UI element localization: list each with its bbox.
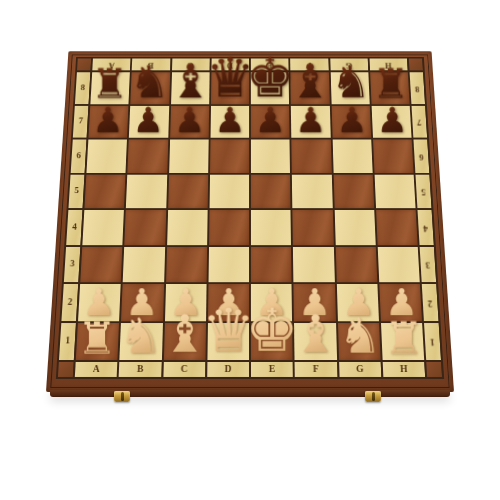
square-h8[interactable]: ♜	[370, 72, 410, 104]
board-side-edge	[50, 390, 450, 397]
square-g6[interactable]	[332, 139, 372, 172]
square-h7[interactable]: ♟	[371, 105, 411, 137]
square-f5[interactable]	[292, 174, 332, 208]
rank-label-text: 5	[421, 187, 426, 195]
square-f4[interactable]	[293, 210, 334, 245]
square-a8[interactable]: ♜	[90, 72, 130, 104]
square-b4[interactable]	[125, 210, 166, 245]
rank-label-6-left: 6	[71, 139, 87, 172]
square-d5[interactable]	[209, 174, 249, 208]
rank-label-6-right: 6	[413, 139, 429, 172]
square-g3[interactable]	[335, 247, 377, 283]
rank-label-3-left: 3	[64, 247, 81, 283]
file-label-text: H	[400, 365, 408, 374]
file-label-text: E	[269, 365, 275, 374]
rank-label-5-right: 5	[415, 174, 431, 208]
square-c5[interactable]	[168, 174, 208, 208]
file-label-text: A	[108, 61, 115, 69]
file-label-b-bottom: B	[119, 362, 161, 377]
rank-label-text: 4	[72, 223, 77, 232]
square-e5[interactable]	[251, 174, 291, 208]
square-d3[interactable]	[208, 247, 249, 283]
rank-label-5-left: 5	[68, 174, 84, 208]
frame-corner	[426, 362, 442, 377]
brass-hinge-right	[365, 391, 381, 402]
file-label-c-bottom: C	[163, 362, 205, 377]
file-label-text: C	[187, 61, 193, 69]
piece-black-pawn-h7[interactable]: ♟	[360, 103, 424, 138]
square-f6[interactable]	[292, 139, 332, 172]
square-a6[interactable]	[86, 139, 127, 172]
rank-label-text: 8	[415, 84, 420, 92]
file-label-text: F	[307, 61, 312, 69]
file-label-text: G	[345, 61, 352, 69]
square-e6[interactable]	[251, 139, 290, 172]
square-b3[interactable]	[123, 247, 165, 283]
file-label-text: B	[148, 61, 154, 69]
square-c3[interactable]	[166, 247, 207, 283]
square-e4[interactable]	[251, 210, 291, 245]
rank-label-text: 2	[428, 298, 433, 307]
rank-label-4-left: 4	[66, 210, 82, 245]
piece-white-rook-a1[interactable]: ♜	[62, 316, 132, 361]
square-h4[interactable]	[376, 210, 418, 245]
board-grid: ABCDEFGH8♜♞♝♛♚♝♞♜87♟♟♟♟♟♟♟♟7665544332♟♟♟…	[56, 57, 444, 379]
square-g5[interactable]	[333, 174, 374, 208]
square-d6[interactable]	[210, 139, 249, 172]
square-a4[interactable]	[82, 210, 124, 245]
file-label-text: C	[181, 365, 188, 374]
file-label-text: B	[137, 365, 144, 374]
file-label-text: F	[313, 365, 319, 374]
square-d4[interactable]	[209, 210, 249, 245]
square-b6[interactable]	[128, 139, 168, 172]
square-g4[interactable]	[334, 210, 375, 245]
file-label-text: H	[385, 61, 392, 69]
square-a1[interactable]: ♜	[76, 323, 119, 361]
file-label-text: A	[93, 365, 100, 374]
file-label-a-bottom: A	[75, 362, 118, 377]
rank-label-3-right: 3	[420, 247, 437, 283]
file-label-text: G	[356, 365, 364, 374]
product-photo-background: { "game": "chess", "scene_description": …	[0, 0, 500, 500]
rank-label-4-right: 4	[418, 210, 434, 245]
chess-set: ABCDEFGH8♜♞♝♛♚♝♞♜87♟♟♟♟♟♟♟♟7665544332♟♟♟…	[46, 12, 454, 392]
chess-board: ABCDEFGH8♜♞♝♛♚♝♞♜87♟♟♟♟♟♟♟♟7665544332♟♟♟…	[46, 51, 454, 392]
square-a5[interactable]	[84, 174, 125, 208]
file-label-text: D	[227, 61, 233, 69]
rank-label-text: 7	[417, 118, 422, 126]
rank-label-text: 3	[70, 260, 75, 269]
file-label-g-bottom: G	[339, 362, 381, 377]
file-label-text: E	[267, 61, 273, 69]
piece-white-rook-h1[interactable]: ♜	[368, 316, 438, 361]
file-label-d-bottom: D	[207, 362, 249, 377]
frame-corner	[58, 362, 74, 377]
rank-label-text: 4	[423, 223, 428, 232]
rank-label-text: 5	[74, 187, 79, 195]
square-h5[interactable]	[374, 174, 415, 208]
rank-label-text: 1	[430, 337, 435, 346]
file-label-text: D	[225, 365, 232, 374]
square-h6[interactable]	[373, 139, 414, 172]
square-a3[interactable]	[80, 247, 122, 283]
file-label-f-bottom: F	[295, 362, 337, 377]
brass-hinge-left	[114, 391, 130, 402]
rank-label-text: 3	[425, 260, 430, 269]
square-h1[interactable]: ♜	[381, 323, 424, 361]
square-f3[interactable]	[293, 247, 334, 283]
rank-label-text: 6	[419, 152, 424, 160]
square-h3[interactable]	[377, 247, 419, 283]
rank-label-text: 6	[76, 152, 81, 160]
square-c4[interactable]	[167, 210, 208, 245]
square-c6[interactable]	[169, 139, 209, 172]
square-b5[interactable]	[126, 174, 167, 208]
file-label-e-bottom: E	[251, 362, 293, 377]
square-e3[interactable]	[251, 247, 292, 283]
file-label-h-bottom: H	[382, 362, 425, 377]
